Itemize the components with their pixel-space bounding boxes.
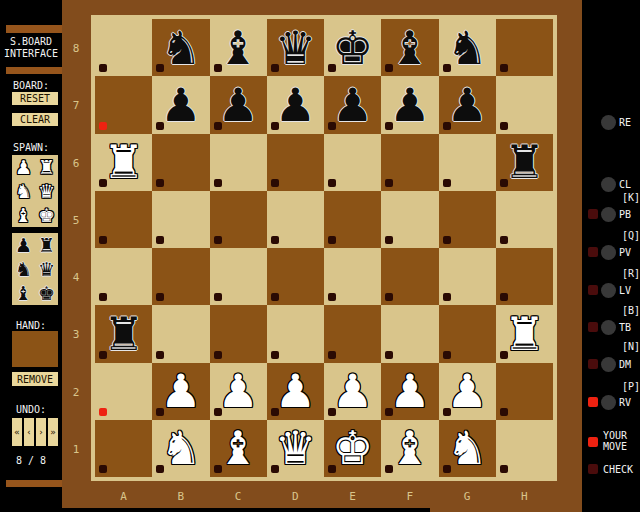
file-label-b: B — [152, 490, 209, 503]
black-bishop-icon: ♝ — [15, 282, 32, 304]
square-a3[interactable]: ♜ — [95, 305, 152, 362]
lamp-rv-label: RV — [619, 398, 631, 408]
square-g2[interactable]: ♟ — [439, 363, 496, 420]
piece-black-bishop[interactable]: ♝ — [218, 25, 259, 71]
square-b2[interactable]: ♟ — [152, 363, 209, 420]
rank-label-8: 8 — [66, 42, 86, 55]
square-e5[interactable] — [324, 191, 381, 248]
square-marker — [500, 236, 508, 244]
square-e8[interactable]: ♚ — [324, 19, 381, 76]
piece-white-bishop[interactable]: ♝ — [389, 425, 430, 471]
square-marker — [271, 236, 279, 244]
white-bishop-icon: ♝ — [15, 204, 32, 226]
check-label: CHECK — [603, 465, 633, 475]
square-a5[interactable] — [95, 191, 152, 248]
spawn-black-knight[interactable]: ♞ — [12, 257, 35, 281]
square-c6[interactable] — [210, 134, 267, 191]
piece-letter-p-label: [P] — [622, 382, 640, 392]
square-marker — [156, 179, 164, 187]
white-king-icon: ♚ — [38, 204, 55, 226]
piece-white-pawn[interactable]: ♟ — [332, 368, 373, 414]
square-a4[interactable] — [95, 248, 152, 305]
square-marker — [156, 351, 164, 359]
square-marker — [443, 179, 451, 187]
square-f6[interactable] — [381, 134, 438, 191]
lamp-cl-circle — [601, 177, 616, 192]
spawn-black-pawn[interactable]: ♟ — [12, 233, 35, 257]
square-marker — [214, 236, 222, 244]
lamp-pv-red-indicator — [588, 247, 598, 257]
square-f8[interactable]: ♝ — [381, 19, 438, 76]
square-marker — [99, 465, 107, 473]
piece-letter-b-label: [B] — [622, 306, 640, 316]
square-h6[interactable]: ♜ — [496, 134, 553, 191]
file-label-f: F — [381, 490, 438, 503]
square-a2[interactable] — [95, 363, 152, 420]
square-marker — [99, 64, 107, 72]
square-d2[interactable]: ♟ — [267, 363, 324, 420]
square-marker — [271, 179, 279, 187]
white-knight-icon: ♞ — [15, 180, 32, 202]
square-b7[interactable]: ♟ — [152, 76, 209, 133]
piece-letter-n-label: [N] — [622, 342, 640, 352]
square-c2[interactable]: ♟ — [210, 363, 267, 420]
piece-white-rook[interactable]: ♜ — [504, 311, 545, 357]
lamp-re-circle — [601, 115, 616, 130]
piece-white-pawn[interactable]: ♟ — [160, 368, 201, 414]
square-marker — [500, 293, 508, 301]
piece-white-pawn[interactable]: ♟ — [275, 368, 316, 414]
piece-letter-q-label: [Q] — [622, 231, 640, 241]
square-marker — [99, 236, 107, 244]
your-move-label-line1: YOUR — [603, 431, 627, 441]
piece-black-queen[interactable]: ♛ — [275, 25, 316, 71]
square-e4[interactable] — [324, 248, 381, 305]
square-e6[interactable] — [324, 134, 381, 191]
black-queen-icon: ♛ — [38, 258, 55, 280]
piece-black-pawn[interactable]: ♟ — [275, 82, 316, 128]
piece-white-pawn[interactable]: ♟ — [447, 368, 488, 414]
spawn-panel-black: ♟♜♞♛♝♚ — [12, 233, 58, 305]
square-e2[interactable]: ♟ — [324, 363, 381, 420]
square-marker — [500, 465, 508, 473]
square-b8[interactable]: ♞ — [152, 19, 209, 76]
square-a6[interactable]: ♜ — [95, 134, 152, 191]
piece-white-pawn[interactable]: ♟ — [389, 368, 430, 414]
square-b6[interactable] — [152, 134, 209, 191]
square-d6[interactable] — [267, 134, 324, 191]
spawn-black-bishop[interactable]: ♝ — [12, 281, 35, 305]
square-marker — [385, 293, 393, 301]
square-h4[interactable] — [496, 248, 553, 305]
spawn-white-queen[interactable]: ♛ — [35, 179, 58, 203]
square-a7[interactable] — [95, 76, 152, 133]
square-g3[interactable] — [439, 305, 496, 362]
square-g5[interactable] — [439, 191, 496, 248]
lamp-pv-circle — [601, 245, 616, 260]
remove-button[interactable]: REMOVE — [12, 372, 58, 386]
square-c5[interactable] — [210, 191, 267, 248]
red-square-marker — [99, 122, 107, 130]
redo-last-button[interactable]: » — [48, 418, 58, 446]
square-h8[interactable] — [496, 19, 553, 76]
title-bar-top — [6, 25, 62, 33]
square-marker — [500, 408, 508, 416]
piece-letter-r-label: [R] — [622, 269, 640, 279]
square-b4[interactable] — [152, 248, 209, 305]
square-marker — [500, 64, 508, 72]
piece-white-pawn[interactable]: ♟ — [218, 368, 259, 414]
app-title-line1: S.BOARD — [0, 36, 62, 47]
rank-label-7: 7 — [66, 99, 86, 112]
app-title-line2: INTERFACE — [0, 48, 62, 59]
title-bar-bottom — [6, 67, 62, 74]
rank-label-2: 2 — [66, 386, 86, 399]
square-marker — [328, 179, 336, 187]
piece-black-pawn[interactable]: ♟ — [389, 82, 430, 128]
square-b5[interactable] — [152, 191, 209, 248]
spawn-black-king[interactable]: ♚ — [35, 281, 58, 305]
square-a8[interactable] — [95, 19, 152, 76]
reset-button[interactable]: RESET — [12, 92, 58, 105]
piece-white-knight[interactable]: ♞ — [447, 425, 488, 471]
check-indicator — [588, 464, 598, 474]
piece-black-pawn[interactable]: ♟ — [332, 82, 373, 128]
square-g8[interactable]: ♞ — [439, 19, 496, 76]
rank-label-6: 6 — [66, 157, 86, 170]
square-marker — [385, 351, 393, 359]
square-d8[interactable]: ♛ — [267, 19, 324, 76]
square-h7[interactable] — [496, 76, 553, 133]
spawn-section-label: SPAWN: — [0, 142, 62, 153]
piece-black-king[interactable]: ♚ — [332, 25, 373, 71]
lamp-pb-red-indicator — [588, 209, 598, 219]
bottom-bar — [6, 480, 62, 487]
piece-white-king[interactable]: ♚ — [332, 425, 373, 471]
file-label-a: A — [95, 490, 152, 503]
spawn-white-knight[interactable]: ♞ — [12, 179, 35, 203]
chess-board: ♞♝♛♚♝♞♟♟♟♟♟♟♜♜♜♜♟♟♟♟♟♟♞♝♛♚♝♞ — [91, 15, 557, 481]
square-d3[interactable] — [267, 305, 324, 362]
spawn-white-king[interactable]: ♚ — [35, 203, 58, 227]
square-h1[interactable] — [496, 420, 553, 477]
square-marker — [328, 351, 336, 359]
piece-letter-k-label: [K] — [622, 193, 640, 203]
square-marker — [443, 236, 451, 244]
lamp-rv-circle — [601, 395, 616, 410]
square-c4[interactable] — [210, 248, 267, 305]
square-f5[interactable] — [381, 191, 438, 248]
lamp-tb-label: TB — [619, 323, 631, 333]
square-d5[interactable] — [267, 191, 324, 248]
square-f1[interactable]: ♝ — [381, 420, 438, 477]
rank-label-4: 4 — [66, 271, 86, 284]
square-marker — [443, 351, 451, 359]
square-e3[interactable] — [324, 305, 381, 362]
rank-label-5: 5 — [66, 214, 86, 227]
square-h3[interactable]: ♜ — [496, 305, 553, 362]
square-d7[interactable]: ♟ — [267, 76, 324, 133]
square-marker — [156, 293, 164, 301]
square-marker — [385, 179, 393, 187]
square-c3[interactable] — [210, 305, 267, 362]
spawn-white-pawn[interactable]: ♟ — [12, 155, 35, 179]
piece-black-pawn[interactable]: ♟ — [160, 82, 201, 128]
piece-white-rook[interactable]: ♜ — [103, 139, 144, 185]
square-e7[interactable]: ♟ — [324, 76, 381, 133]
left-sidebar: S.BOARD INTERFACE BOARD: RESET CLEAR SPA… — [0, 0, 62, 512]
black-pawn-icon: ♟ — [15, 234, 32, 256]
square-b3[interactable] — [152, 305, 209, 362]
square-marker — [214, 293, 222, 301]
white-queen-icon: ♛ — [38, 180, 55, 202]
square-marker — [443, 293, 451, 301]
your-move-indicator — [588, 437, 598, 447]
hand-section-label: HAND: — [0, 320, 62, 331]
lamp-dm-red-indicator — [588, 359, 598, 369]
file-label-e: E — [324, 490, 381, 503]
square-f2[interactable]: ♟ — [381, 363, 438, 420]
piece-black-pawn[interactable]: ♟ — [218, 82, 259, 128]
file-label-g: G — [439, 490, 496, 503]
piece-black-pawn[interactable]: ♟ — [447, 82, 488, 128]
square-marker — [156, 236, 164, 244]
square-g6[interactable] — [439, 134, 496, 191]
square-h5[interactable] — [496, 191, 553, 248]
square-marker — [385, 236, 393, 244]
black-knight-icon: ♞ — [15, 258, 32, 280]
rank-label-3: 3 — [66, 328, 86, 341]
square-marker — [500, 122, 508, 130]
piece-black-knight[interactable]: ♞ — [160, 25, 201, 71]
undo-first-button[interactable]: « — [12, 418, 22, 446]
square-marker — [271, 351, 279, 359]
lamp-rv-red-indicator — [588, 397, 598, 407]
square-b1[interactable]: ♞ — [152, 420, 209, 477]
square-e1[interactable]: ♚ — [324, 420, 381, 477]
spawn-panel-white: ♟♜♞♛♝♚ — [12, 155, 58, 227]
square-f3[interactable] — [381, 305, 438, 362]
square-marker — [328, 236, 336, 244]
square-g7[interactable]: ♟ — [439, 76, 496, 133]
spawn-white-bishop[interactable]: ♝ — [12, 203, 35, 227]
spawn-black-queen[interactable]: ♛ — [35, 257, 58, 281]
piece-white-bishop[interactable]: ♝ — [218, 425, 259, 471]
hand-slot[interactable] — [12, 331, 58, 367]
lamp-tb-red-indicator — [588, 322, 598, 332]
square-c7[interactable]: ♟ — [210, 76, 267, 133]
square-c1[interactable]: ♝ — [210, 420, 267, 477]
file-label-d: D — [267, 490, 324, 503]
piece-black-knight[interactable]: ♞ — [447, 25, 488, 71]
red-square-marker — [99, 408, 107, 416]
lamp-pv-label: PV — [619, 248, 631, 258]
white-rook-icon: ♜ — [38, 156, 55, 178]
rank-label-1: 1 — [66, 443, 86, 456]
square-h2[interactable] — [496, 363, 553, 420]
clear-button[interactable]: CLEAR — [12, 113, 58, 126]
square-marker — [271, 293, 279, 301]
lamp-lv-label: LV — [619, 286, 631, 296]
spawn-white-rook[interactable]: ♜ — [35, 155, 58, 179]
white-pawn-icon: ♟ — [15, 156, 32, 178]
board-section-label: BOARD: — [0, 80, 62, 91]
square-marker — [328, 293, 336, 301]
lamp-pb-label: PB — [619, 210, 631, 220]
undo-counter: 8 / 8 — [0, 455, 62, 466]
square-c8[interactable]: ♝ — [210, 19, 267, 76]
file-label-c: C — [210, 490, 267, 503]
square-f7[interactable]: ♟ — [381, 76, 438, 133]
lamp-re-label: RE — [619, 118, 631, 128]
your-move-label-line2: MOVE — [603, 442, 627, 452]
piece-black-bishop[interactable]: ♝ — [389, 25, 430, 71]
spawn-black-rook[interactable]: ♜ — [35, 233, 58, 257]
redo-forward-button[interactable]: › — [36, 418, 46, 446]
undo-section-label: UNDO: — [0, 404, 62, 415]
bottom-edge-strip — [0, 508, 430, 512]
piece-white-knight[interactable]: ♞ — [160, 425, 201, 471]
lamp-cl-label: CL — [619, 180, 631, 190]
file-label-h: H — [496, 490, 553, 503]
lamp-tb-circle — [601, 320, 616, 335]
lamp-pb-circle — [601, 207, 616, 222]
square-marker — [214, 179, 222, 187]
black-rook-icon: ♜ — [38, 234, 55, 256]
undo-back-button[interactable]: ‹ — [24, 418, 34, 446]
square-a1[interactable] — [95, 420, 152, 477]
square-marker — [99, 293, 107, 301]
piece-black-rook[interactable]: ♜ — [103, 311, 144, 357]
square-g4[interactable] — [439, 248, 496, 305]
piece-white-queen[interactable]: ♛ — [275, 425, 316, 471]
lamp-lv-red-indicator — [588, 285, 598, 295]
square-marker — [214, 351, 222, 359]
lamp-dm-circle — [601, 357, 616, 372]
black-king-icon: ♚ — [38, 282, 55, 304]
square-d1[interactable]: ♛ — [267, 420, 324, 477]
lamp-dm-label: DM — [619, 360, 631, 370]
piece-black-rook[interactable]: ♜ — [504, 139, 545, 185]
lamp-lv-circle — [601, 283, 616, 298]
square-f4[interactable] — [381, 248, 438, 305]
square-g1[interactable]: ♞ — [439, 420, 496, 477]
square-d4[interactable] — [267, 248, 324, 305]
